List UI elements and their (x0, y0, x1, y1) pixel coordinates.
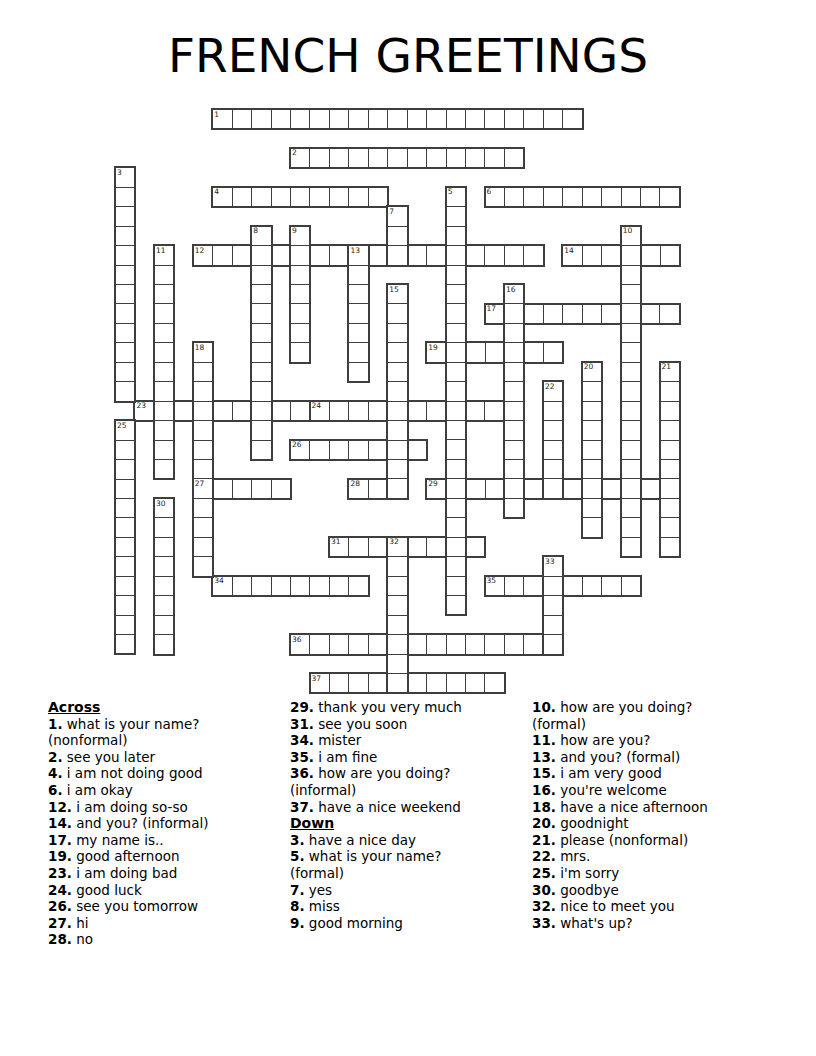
cell-r21-c4[interactable] (194, 518, 212, 536)
cell-r23-c22[interactable] (544, 557, 562, 575)
cell-r8-c7[interactable] (252, 266, 270, 284)
cell-r13-c7[interactable] (252, 363, 270, 381)
cell-r23-c14[interactable] (388, 557, 406, 575)
cell-r7-c19[interactable] (485, 246, 503, 264)
cell-r20-c2[interactable] (155, 499, 173, 517)
cell-r2-c17[interactable] (447, 149, 465, 167)
cell-r15-c7[interactable] (252, 402, 270, 420)
cell-r7-c6[interactable] (233, 246, 251, 264)
cell-r4-c7[interactable] (252, 188, 270, 206)
cell-r7-c8[interactable] (272, 246, 290, 264)
cell-r17-c4[interactable] (194, 441, 212, 459)
cell-r27-c9[interactable] (291, 635, 309, 653)
cell-r10-c27[interactable] (641, 305, 659, 323)
cell-r17-c26[interactable] (622, 441, 640, 459)
cell-r2-c10[interactable] (310, 149, 328, 167)
cell-r13-c26[interactable] (622, 363, 640, 381)
cell-r7-c17[interactable] (447, 246, 465, 264)
cell-r29-c13[interactable] (369, 674, 387, 692)
cell-r21-c17[interactable] (447, 518, 465, 536)
cell-r4-c27[interactable] (641, 188, 659, 206)
cell-r29-c15[interactable] (408, 674, 426, 692)
cell-r11-c17[interactable] (447, 324, 465, 342)
cell-r10-c26[interactable] (622, 304, 640, 322)
cell-r23-c0[interactable] (116, 557, 134, 575)
cell-r25-c17[interactable] (447, 596, 465, 614)
cell-r0-c15[interactable] (408, 110, 426, 128)
cell-r13-c24[interactable] (583, 363, 601, 381)
cell-r22-c0[interactable] (116, 538, 134, 556)
cell-r12-c12[interactable] (349, 343, 367, 361)
cell-r27-c15[interactable] (408, 635, 426, 653)
cell-r2-c14[interactable] (388, 149, 406, 167)
cell-r10-c19[interactable] (486, 305, 504, 323)
cell-r25-c22[interactable] (544, 596, 562, 614)
cell-r13-c14[interactable] (388, 363, 406, 381)
cell-r12-c7[interactable] (252, 343, 270, 361)
cell-r29-c18[interactable] (466, 674, 484, 692)
cell-r15-c12[interactable] (349, 402, 367, 420)
cell-r22-c18[interactable] (466, 538, 484, 556)
cell-r4-c0[interactable] (116, 188, 134, 206)
cell-r20-c28[interactable] (661, 499, 679, 517)
cell-r15-c4[interactable] (194, 402, 212, 420)
cell-r17-c7[interactable] (252, 441, 270, 459)
cell-r9-c9[interactable] (291, 285, 309, 303)
cell-r10-c9[interactable] (291, 304, 309, 322)
cell-r17-c2[interactable] (155, 441, 173, 459)
cell-r24-c0[interactable] (116, 577, 134, 595)
cell-r16-c14[interactable] (388, 421, 406, 439)
cell-r24-c11[interactable] (330, 577, 348, 595)
cell-r18-c26[interactable] (622, 460, 640, 478)
cell-r19-c25[interactable] (602, 480, 620, 498)
cell-r17-c17[interactable] (447, 440, 465, 458)
cell-r19-c27[interactable] (641, 480, 659, 498)
cell-r24-c9[interactable] (291, 577, 309, 595)
cell-r24-c8[interactable] (272, 577, 290, 595)
cell-r10-c14[interactable] (388, 304, 406, 322)
cell-r7-c24[interactable] (583, 246, 601, 264)
cell-r18-c17[interactable] (447, 460, 465, 478)
cell-r24-c7[interactable] (252, 577, 270, 595)
cell-r2-c11[interactable] (330, 149, 348, 167)
cell-r26-c14[interactable] (388, 616, 406, 634)
cell-r20-c26[interactable] (622, 499, 640, 517)
cell-r19-c21[interactable] (524, 480, 542, 498)
cell-r19-c18[interactable] (466, 480, 484, 498)
cell-r4-c6[interactable] (233, 188, 251, 206)
cell-r9-c2[interactable] (155, 285, 173, 303)
cell-r20-c17[interactable] (447, 499, 465, 517)
cell-r17-c10[interactable] (310, 441, 328, 459)
cell-r0-c23[interactable] (563, 110, 581, 128)
cell-r24-c22[interactable] (544, 577, 562, 595)
cell-r15-c5[interactable] (213, 402, 231, 420)
cell-r24-c26[interactable] (622, 577, 640, 595)
cell-r16-c7[interactable] (252, 421, 270, 439)
cell-r16-c28[interactable] (661, 421, 679, 439)
cell-r12-c20[interactable] (505, 343, 523, 361)
cell-r23-c17[interactable] (447, 557, 465, 575)
cell-r19-c7[interactable] (252, 480, 270, 498)
cell-r19-c17[interactable] (447, 479, 465, 497)
cell-r4-c19[interactable] (486, 188, 504, 206)
cell-r12-c9[interactable] (291, 343, 309, 361)
cell-r21-c28[interactable] (661, 518, 679, 536)
cell-r19-c19[interactable] (486, 480, 504, 498)
cell-r10-c28[interactable] (660, 305, 678, 323)
cell-r9-c12[interactable] (349, 285, 367, 303)
cell-r10-c22[interactable] (544, 305, 562, 323)
cell-r17-c11[interactable] (330, 441, 348, 459)
cell-r12-c22[interactable] (544, 343, 562, 361)
cell-r25-c0[interactable] (116, 596, 134, 614)
cell-r27-c12[interactable] (349, 635, 367, 653)
cell-r18-c24[interactable] (583, 460, 601, 478)
cell-r12-c2[interactable] (155, 343, 173, 361)
cell-r7-c27[interactable] (641, 246, 659, 264)
cell-r4-c8[interactable] (272, 188, 290, 206)
cell-r15-c17[interactable] (447, 402, 465, 420)
cell-r29-c19[interactable] (485, 674, 503, 692)
cell-r29-c11[interactable] (330, 674, 348, 692)
cell-r15-c9[interactable] (291, 402, 309, 420)
cell-r15-c19[interactable] (485, 402, 503, 420)
cell-r8-c26[interactable] (622, 266, 640, 284)
cell-r0-c18[interactable] (466, 110, 484, 128)
cell-r7-c12[interactable] (349, 246, 367, 264)
cell-r0-c8[interactable] (272, 110, 290, 128)
cell-r14-c28[interactable] (661, 382, 679, 400)
cell-r7-c7[interactable] (252, 246, 270, 264)
cell-r15-c22[interactable] (544, 402, 562, 420)
cell-r9-c7[interactable] (252, 285, 270, 303)
cell-r18-c0[interactable] (116, 460, 134, 478)
cell-r18-c20[interactable] (505, 460, 523, 478)
cell-r2-c9[interactable] (291, 149, 309, 167)
cell-r27-c13[interactable] (369, 635, 387, 653)
cell-r0-c21[interactable] (524, 110, 542, 128)
cell-r24-c14[interactable] (388, 577, 406, 595)
cell-r8-c12[interactable] (349, 266, 367, 284)
cell-r21-c2[interactable] (155, 518, 173, 536)
cell-r27-c22[interactable] (544, 635, 562, 653)
cell-r0-c11[interactable] (330, 110, 348, 128)
cell-r21-c0[interactable] (116, 518, 134, 536)
cell-r28-c14[interactable] (388, 655, 406, 673)
cell-r14-c24[interactable] (583, 382, 601, 400)
cell-r15-c6[interactable] (233, 402, 251, 420)
cell-r15-c16[interactable] (427, 402, 445, 420)
cell-r17-c12[interactable] (349, 441, 367, 459)
cell-r22-c28[interactable] (661, 538, 679, 556)
cell-r0-c10[interactable] (310, 110, 328, 128)
cell-r16-c20[interactable] (505, 421, 523, 439)
cell-r27-c16[interactable] (427, 635, 445, 653)
cell-r8-c9[interactable] (291, 266, 309, 284)
cell-r8-c2[interactable] (155, 266, 173, 284)
cell-r7-c5[interactable] (213, 246, 231, 264)
cell-r11-c7[interactable] (252, 324, 270, 342)
cell-r21-c26[interactable] (622, 518, 640, 536)
cell-r7-c28[interactable] (661, 246, 679, 264)
cell-r4-c21[interactable] (524, 188, 542, 206)
cell-r18-c14[interactable] (388, 460, 406, 478)
cell-r4-c5[interactable] (213, 188, 231, 206)
cell-r4-c23[interactable] (563, 188, 581, 206)
cell-r7-c9[interactable] (291, 246, 309, 264)
cell-r10-c17[interactable] (447, 304, 465, 322)
cell-r18-c4[interactable] (194, 460, 212, 478)
cell-r4-c9[interactable] (291, 188, 309, 206)
cell-r13-c2[interactable] (155, 363, 173, 381)
cell-r9-c20[interactable] (505, 285, 523, 303)
cell-r19-c24[interactable] (583, 479, 601, 497)
cell-r19-c22[interactable] (544, 479, 562, 497)
cell-r24-c10[interactable] (310, 577, 328, 595)
cell-r2-c15[interactable] (408, 149, 426, 167)
cell-r0-c13[interactable] (369, 110, 387, 128)
cell-r15-c24[interactable] (583, 402, 601, 420)
cell-r27-c18[interactable] (466, 635, 484, 653)
cell-r24-c19[interactable] (486, 577, 504, 595)
cell-r12-c26[interactable] (622, 343, 640, 361)
cell-r7-c10[interactable] (310, 246, 328, 264)
cell-r2-c16[interactable] (427, 149, 445, 167)
cell-r2-c19[interactable] (485, 149, 503, 167)
cell-r23-c4[interactable] (194, 557, 212, 575)
cell-r22-c11[interactable] (330, 538, 348, 556)
cell-r17-c20[interactable] (505, 441, 523, 459)
cell-r0-c19[interactable] (485, 110, 503, 128)
cell-r15-c20[interactable] (505, 402, 523, 420)
cell-r0-c9[interactable] (291, 110, 309, 128)
cell-r29-c12[interactable] (349, 674, 367, 692)
cell-r11-c0[interactable] (116, 324, 134, 342)
cell-r6-c14[interactable] (388, 227, 406, 245)
cell-r13-c20[interactable] (505, 363, 523, 381)
cell-r14-c26[interactable] (622, 382, 640, 400)
cell-r15-c13[interactable] (369, 402, 387, 420)
cell-r17-c13[interactable] (369, 441, 387, 459)
cell-r0-c6[interactable] (233, 110, 251, 128)
cell-r27-c11[interactable] (330, 635, 348, 653)
cell-r22-c17[interactable] (447, 538, 465, 556)
cell-r13-c0[interactable] (116, 363, 134, 381)
cell-r18-c28[interactable] (661, 460, 679, 478)
cell-r19-c28[interactable] (661, 479, 679, 497)
cell-r10-c21[interactable] (524, 305, 542, 323)
cell-r29-c17[interactable] (447, 674, 465, 692)
cell-r12-c4[interactable] (194, 343, 212, 361)
cell-r2-c18[interactable] (466, 149, 484, 167)
cell-r9-c14[interactable] (388, 285, 406, 303)
cell-r2-c20[interactable] (505, 149, 523, 167)
cell-r7-c21[interactable] (524, 246, 542, 264)
cell-r6-c0[interactable] (116, 227, 134, 245)
cell-r10-c20[interactable] (505, 304, 523, 322)
cell-r24-c24[interactable] (583, 577, 601, 595)
cell-r5-c14[interactable] (388, 207, 406, 225)
cell-r24-c25[interactable] (602, 577, 620, 595)
cell-r25-c2[interactable] (155, 596, 173, 614)
cell-r22-c2[interactable] (155, 538, 173, 556)
cell-r27-c2[interactable] (155, 635, 173, 653)
cell-r22-c16[interactable] (427, 538, 445, 556)
cell-r0-c20[interactable] (505, 110, 523, 128)
cell-r10-c24[interactable] (583, 305, 601, 323)
cell-r0-c14[interactable] (388, 110, 406, 128)
cell-r19-c16[interactable] (427, 480, 445, 498)
cell-r29-c14[interactable] (388, 674, 406, 692)
cell-r13-c28[interactable] (661, 363, 679, 381)
cell-r27-c17[interactable] (447, 635, 465, 653)
cell-r12-c21[interactable] (524, 343, 542, 361)
cell-r7-c23[interactable] (563, 246, 581, 264)
cell-r16-c26[interactable] (622, 421, 640, 439)
cell-r22-c14[interactable] (388, 538, 406, 556)
cell-r7-c0[interactable] (116, 246, 134, 264)
cell-r9-c17[interactable] (447, 285, 465, 303)
cell-r18-c2[interactable] (155, 460, 173, 478)
cell-r13-c12[interactable] (349, 363, 367, 381)
cell-r24-c20[interactable] (505, 577, 523, 595)
cell-r20-c0[interactable] (116, 499, 134, 517)
cell-r7-c2[interactable] (155, 246, 173, 264)
cell-r7-c25[interactable] (602, 246, 620, 264)
cell-r17-c14[interactable] (388, 441, 406, 459)
cell-r19-c14[interactable] (388, 479, 406, 497)
cell-r29-c16[interactable] (427, 674, 445, 692)
cell-r4-c11[interactable] (330, 188, 348, 206)
cell-r0-c5[interactable] (213, 110, 231, 128)
cell-r4-c25[interactable] (602, 188, 620, 206)
cell-r19-c4[interactable] (194, 479, 212, 497)
cell-r4-c13[interactable] (369, 188, 387, 206)
cell-r16-c24[interactable] (583, 421, 601, 439)
cell-r0-c17[interactable] (447, 110, 465, 128)
cell-r27-c10[interactable] (310, 635, 328, 653)
cell-r2-c12[interactable] (349, 149, 367, 167)
cell-r22-c26[interactable] (622, 538, 640, 556)
cell-r29-c10[interactable] (311, 674, 329, 692)
cell-r22-c13[interactable] (369, 538, 387, 556)
cell-r0-c12[interactable] (349, 110, 367, 128)
cell-r10-c2[interactable] (155, 304, 173, 322)
cell-r15-c18[interactable] (466, 402, 484, 420)
cell-r14-c20[interactable] (505, 382, 523, 400)
cell-r17-c9[interactable] (291, 441, 309, 459)
cell-r19-c13[interactable] (369, 480, 387, 498)
cell-r22-c15[interactable] (408, 538, 426, 556)
cell-r27-c19[interactable] (485, 635, 503, 653)
cell-r11-c12[interactable] (349, 324, 367, 342)
cell-r10-c12[interactable] (349, 304, 367, 322)
cell-r10-c0[interactable] (116, 304, 134, 322)
cell-r24-c5[interactable] (213, 577, 231, 595)
cell-r15-c14[interactable] (388, 402, 406, 420)
cell-r7-c26[interactable] (622, 246, 640, 264)
cell-r25-c14[interactable] (388, 596, 406, 614)
cell-r4-c10[interactable] (310, 188, 328, 206)
cell-r24-c12[interactable] (349, 577, 367, 595)
cell-r12-c16[interactable] (427, 343, 445, 361)
cell-r11-c9[interactable] (291, 324, 309, 342)
cell-r14-c14[interactable] (388, 382, 406, 400)
cell-r19-c20[interactable] (505, 479, 523, 497)
cell-r19-c5[interactable] (213, 480, 231, 498)
cell-r19-c6[interactable] (233, 480, 251, 498)
cell-r26-c0[interactable] (116, 616, 134, 634)
cell-r10-c7[interactable] (252, 304, 270, 322)
cell-r4-c24[interactable] (583, 188, 601, 206)
cell-r15-c10[interactable] (311, 402, 329, 420)
cell-r20-c24[interactable] (583, 499, 601, 517)
cell-r24-c17[interactable] (447, 577, 465, 595)
cell-r7-c11[interactable] (330, 246, 348, 264)
cell-r11-c2[interactable] (155, 324, 173, 342)
cell-r16-c17[interactable] (447, 421, 465, 439)
cell-r15-c1[interactable] (135, 402, 153, 420)
cell-r15-c26[interactable] (622, 402, 640, 420)
cell-r16-c0[interactable] (116, 421, 134, 439)
cell-r6-c9[interactable] (291, 227, 309, 245)
cell-r27-c0[interactable] (116, 635, 134, 653)
cell-r16-c2[interactable] (155, 421, 173, 439)
cell-r24-c2[interactable] (155, 577, 173, 595)
cell-r24-c6[interactable] (233, 577, 251, 595)
cell-r14-c22[interactable] (544, 382, 562, 400)
cell-r24-c23[interactable] (563, 577, 581, 595)
cell-r12-c14[interactable] (388, 343, 406, 361)
cell-r7-c15[interactable] (408, 246, 426, 264)
cell-r17-c0[interactable] (116, 441, 134, 459)
cell-r11-c20[interactable] (505, 324, 523, 342)
cell-r14-c4[interactable] (194, 382, 212, 400)
cell-r11-c14[interactable] (388, 324, 406, 342)
cell-r10-c25[interactable] (602, 305, 620, 323)
cell-r7-c4[interactable] (194, 246, 212, 264)
cell-r21-c24[interactable] (583, 518, 601, 536)
cell-r17-c15[interactable] (408, 441, 426, 459)
cell-r15-c2[interactable] (155, 402, 173, 420)
cell-r14-c7[interactable] (252, 382, 270, 400)
cell-r14-c2[interactable] (155, 382, 173, 400)
cell-r26-c22[interactable] (544, 616, 562, 634)
cell-r11-c26[interactable] (622, 324, 640, 342)
cell-r7-c14[interactable] (388, 246, 406, 264)
cell-r4-c12[interactable] (349, 188, 367, 206)
cell-r4-c22[interactable] (544, 188, 562, 206)
cell-r19-c26[interactable] (622, 479, 640, 497)
cell-r6-c17[interactable] (447, 227, 465, 245)
cell-r5-c17[interactable] (447, 207, 465, 225)
cell-r16-c22[interactable] (544, 421, 562, 439)
cell-r13-c17[interactable] (447, 363, 465, 381)
cell-r9-c0[interactable] (116, 285, 134, 303)
cell-r0-c7[interactable] (252, 110, 270, 128)
cell-r3-c0[interactable] (116, 168, 134, 186)
cell-r12-c0[interactable] (116, 343, 134, 361)
cell-r23-c2[interactable] (155, 557, 173, 575)
cell-r7-c18[interactable] (466, 246, 484, 264)
cell-r27-c14[interactable] (388, 635, 406, 653)
cell-r9-c26[interactable] (622, 285, 640, 303)
cell-r15-c15[interactable] (408, 402, 426, 420)
cell-r19-c8[interactable] (272, 480, 290, 498)
cell-r24-c21[interactable] (524, 577, 542, 595)
